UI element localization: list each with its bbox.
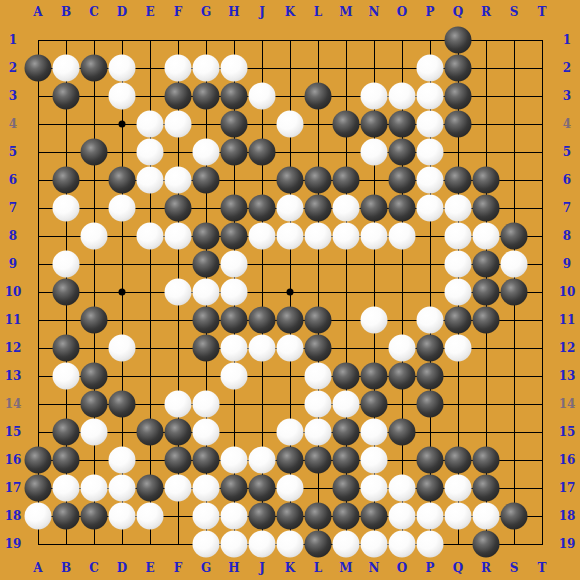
- stone-black-F15[interactable]: [165, 419, 192, 446]
- stone-white-F14[interactable]: [165, 391, 192, 418]
- coord-label-right-16: 16: [559, 454, 576, 466]
- stone-white-A18[interactable]: [25, 503, 52, 530]
- coord-label-right-1: 1: [563, 34, 571, 46]
- coord-label-right-11: 11: [559, 314, 576, 326]
- coord-label-right-6: 6: [563, 174, 571, 186]
- coord-label-right-5: 5: [563, 146, 571, 158]
- coord-label-bottom-Q: Q: [453, 562, 463, 574]
- coord-label-left-13: 13: [5, 370, 22, 382]
- stone-white-B9[interactable]: [53, 251, 80, 278]
- stone-black-G3[interactable]: [193, 83, 220, 110]
- coord-label-left-12: 12: [5, 342, 22, 354]
- stone-black-G11[interactable]: [193, 307, 220, 334]
- stone-white-K15[interactable]: [277, 419, 304, 446]
- stone-white-H16[interactable]: [221, 447, 248, 474]
- stone-white-K19[interactable]: [277, 531, 304, 558]
- stone-black-E15[interactable]: [137, 419, 164, 446]
- coord-label-top-L: L: [314, 6, 322, 18]
- stone-white-E6[interactable]: [137, 167, 164, 194]
- coord-label-right-10: 10: [559, 286, 576, 298]
- coord-label-left-3: 3: [9, 90, 17, 102]
- coord-label-bottom-K: K: [285, 562, 295, 574]
- coord-label-right-3: 3: [563, 90, 571, 102]
- stone-white-H18[interactable]: [221, 503, 248, 530]
- stone-white-P19[interactable]: [417, 531, 444, 558]
- stone-black-P16[interactable]: [417, 447, 444, 474]
- stone-black-E17[interactable]: [137, 475, 164, 502]
- grid-line-horizontal-13: [38, 376, 543, 377]
- stone-black-R19[interactable]: [473, 531, 500, 558]
- stone-white-S9[interactable]: [501, 251, 528, 278]
- stone-white-Q17[interactable]: [445, 475, 472, 502]
- stone-white-F10[interactable]: [165, 279, 192, 306]
- stone-black-G6[interactable]: [193, 167, 220, 194]
- stone-black-Q2[interactable]: [445, 55, 472, 82]
- stone-white-P11[interactable]: [417, 307, 444, 334]
- stone-black-G8[interactable]: [193, 223, 220, 250]
- stone-white-Q12[interactable]: [445, 335, 472, 362]
- stone-white-C15[interactable]: [81, 419, 108, 446]
- stone-black-O13[interactable]: [389, 363, 416, 390]
- coord-label-left-18: 18: [5, 510, 22, 522]
- stone-black-B16[interactable]: [53, 447, 80, 474]
- stone-black-L18[interactable]: [305, 503, 332, 530]
- stone-white-B2[interactable]: [53, 55, 80, 82]
- stone-white-D17[interactable]: [109, 475, 136, 502]
- stone-black-O4[interactable]: [389, 111, 416, 138]
- stone-white-H9[interactable]: [221, 251, 248, 278]
- coord-label-left-1: 1: [9, 34, 17, 46]
- coord-label-top-N: N: [369, 6, 380, 18]
- stone-black-L16[interactable]: [305, 447, 332, 474]
- stone-white-H19[interactable]: [221, 531, 248, 558]
- stone-white-N19[interactable]: [361, 531, 388, 558]
- stone-black-H4[interactable]: [221, 111, 248, 138]
- coord-label-bottom-O: O: [397, 562, 407, 574]
- stone-white-P6[interactable]: [417, 167, 444, 194]
- stone-black-L6[interactable]: [305, 167, 332, 194]
- stone-white-E18[interactable]: [137, 503, 164, 530]
- coord-label-bottom-R: R: [481, 562, 491, 574]
- stone-white-Q9[interactable]: [445, 251, 472, 278]
- stone-black-Q16[interactable]: [445, 447, 472, 474]
- stone-black-A17[interactable]: [25, 475, 52, 502]
- stone-white-D12[interactable]: [109, 335, 136, 362]
- coord-label-bottom-B: B: [61, 562, 71, 574]
- stone-white-O18[interactable]: [389, 503, 416, 530]
- stone-black-C2[interactable]: [81, 55, 108, 82]
- stone-black-G12[interactable]: [193, 335, 220, 362]
- stone-white-B13[interactable]: [53, 363, 80, 390]
- coord-label-right-17: 17: [559, 482, 576, 494]
- coord-label-left-16: 16: [5, 454, 22, 466]
- coord-label-left-7: 7: [9, 202, 17, 214]
- stone-black-D6[interactable]: [109, 167, 136, 194]
- stone-white-H12[interactable]: [221, 335, 248, 362]
- stone-white-O19[interactable]: [389, 531, 416, 558]
- stone-black-O7[interactable]: [389, 195, 416, 222]
- stone-black-R10[interactable]: [473, 279, 500, 306]
- stone-black-Q4[interactable]: [445, 111, 472, 138]
- stone-black-P12[interactable]: [417, 335, 444, 362]
- stone-white-D2[interactable]: [109, 55, 136, 82]
- stone-white-Q10[interactable]: [445, 279, 472, 306]
- stone-white-N3[interactable]: [361, 83, 388, 110]
- coord-label-bottom-C: C: [89, 562, 99, 574]
- stone-black-H7[interactable]: [221, 195, 248, 222]
- stone-white-F8[interactable]: [165, 223, 192, 250]
- coord-label-bottom-M: M: [339, 562, 352, 574]
- stone-white-P18[interactable]: [417, 503, 444, 530]
- stone-black-K16[interactable]: [277, 447, 304, 474]
- stone-black-B15[interactable]: [53, 419, 80, 446]
- stone-white-K17[interactable]: [277, 475, 304, 502]
- coord-label-left-10: 10: [5, 286, 22, 298]
- stone-black-P17[interactable]: [417, 475, 444, 502]
- stone-black-F7[interactable]: [165, 195, 192, 222]
- stone-white-R8[interactable]: [473, 223, 500, 250]
- stone-black-P13[interactable]: [417, 363, 444, 390]
- coord-label-top-C: C: [89, 6, 99, 18]
- coord-label-left-11: 11: [5, 314, 22, 326]
- stone-black-R11[interactable]: [473, 307, 500, 334]
- coord-label-bottom-N: N: [369, 562, 380, 574]
- stone-black-C13[interactable]: [81, 363, 108, 390]
- coord-label-left-17: 17: [5, 482, 22, 494]
- coord-label-top-G: G: [201, 6, 211, 18]
- coord-label-right-14: 14: [559, 398, 576, 410]
- coord-label-left-4: 4: [9, 118, 17, 130]
- stone-black-A2[interactable]: [25, 55, 52, 82]
- stone-white-K8[interactable]: [277, 223, 304, 250]
- stone-black-L19[interactable]: [305, 531, 332, 558]
- coord-label-bottom-G: G: [201, 562, 211, 574]
- stone-black-J11[interactable]: [249, 307, 276, 334]
- stone-white-H10[interactable]: [221, 279, 248, 306]
- coord-label-right-7: 7: [563, 202, 571, 214]
- stone-black-H8[interactable]: [221, 223, 248, 250]
- stone-white-L15[interactable]: [305, 419, 332, 446]
- stone-black-S18[interactable]: [501, 503, 528, 530]
- stone-black-B6[interactable]: [53, 167, 80, 194]
- stone-black-B3[interactable]: [53, 83, 80, 110]
- stone-black-Q1[interactable]: [445, 27, 472, 54]
- stone-white-D3[interactable]: [109, 83, 136, 110]
- coord-label-bottom-P: P: [425, 562, 434, 574]
- stone-black-M15[interactable]: [333, 419, 360, 446]
- stone-black-O15[interactable]: [389, 419, 416, 446]
- stone-white-Q18[interactable]: [445, 503, 472, 530]
- stone-white-J12[interactable]: [249, 335, 276, 362]
- stone-black-K18[interactable]: [277, 503, 304, 530]
- stone-black-F16[interactable]: [165, 447, 192, 474]
- stone-black-N18[interactable]: [361, 503, 388, 530]
- coord-label-right-18: 18: [559, 510, 576, 522]
- stone-black-H3[interactable]: [221, 83, 248, 110]
- stone-white-F17[interactable]: [165, 475, 192, 502]
- stone-black-F3[interactable]: [165, 83, 192, 110]
- coord-label-top-O: O: [397, 6, 407, 18]
- stone-black-L11[interactable]: [305, 307, 332, 334]
- stone-black-N14[interactable]: [361, 391, 388, 418]
- stone-white-L13[interactable]: [305, 363, 332, 390]
- star-point-D4: [119, 121, 126, 128]
- stone-black-C5[interactable]: [81, 139, 108, 166]
- stone-white-J3[interactable]: [249, 83, 276, 110]
- stone-black-N4[interactable]: [361, 111, 388, 138]
- stone-white-Q7[interactable]: [445, 195, 472, 222]
- stone-white-G17[interactable]: [193, 475, 220, 502]
- stone-white-G2[interactable]: [193, 55, 220, 82]
- star-point-K10: [287, 289, 294, 296]
- stone-black-C11[interactable]: [81, 307, 108, 334]
- stone-white-N17[interactable]: [361, 475, 388, 502]
- stone-black-L7[interactable]: [305, 195, 332, 222]
- coord-label-left-15: 15: [5, 426, 22, 438]
- coord-label-left-9: 9: [9, 258, 17, 270]
- stone-black-H5[interactable]: [221, 139, 248, 166]
- coord-label-left-5: 5: [9, 146, 17, 158]
- coord-label-top-B: B: [61, 6, 71, 18]
- coord-label-top-K: K: [285, 6, 295, 18]
- stone-white-K4[interactable]: [277, 111, 304, 138]
- stone-white-F6[interactable]: [165, 167, 192, 194]
- stone-black-Q3[interactable]: [445, 83, 472, 110]
- stone-white-E4[interactable]: [137, 111, 164, 138]
- stone-white-O3[interactable]: [389, 83, 416, 110]
- stone-black-D14[interactable]: [109, 391, 136, 418]
- stone-white-P2[interactable]: [417, 55, 444, 82]
- stone-black-M4[interactable]: [333, 111, 360, 138]
- stone-white-Q8[interactable]: [445, 223, 472, 250]
- coord-label-top-J: J: [259, 6, 265, 18]
- stone-white-N15[interactable]: [361, 419, 388, 446]
- stone-white-M19[interactable]: [333, 531, 360, 558]
- grid-line-vertical-T: [542, 40, 543, 545]
- stone-black-H11[interactable]: [221, 307, 248, 334]
- stone-white-K12[interactable]: [277, 335, 304, 362]
- stone-white-M8[interactable]: [333, 223, 360, 250]
- coord-label-left-19: 19: [5, 538, 22, 550]
- stone-white-C17[interactable]: [81, 475, 108, 502]
- star-point-D10: [119, 289, 126, 296]
- coord-label-left-6: 6: [9, 174, 17, 186]
- stone-black-N7[interactable]: [361, 195, 388, 222]
- goban[interactable]: AABBCCDDEEFFGGHHJJKKLLMMNNOOPPQQRRSSTT11…: [0, 0, 580, 580]
- coord-label-right-15: 15: [559, 426, 576, 438]
- coord-label-bottom-A: A: [33, 562, 42, 574]
- stone-white-M7[interactable]: [333, 195, 360, 222]
- coord-label-bottom-T: T: [538, 562, 547, 574]
- stone-white-G5[interactable]: [193, 139, 220, 166]
- stone-white-P5[interactable]: [417, 139, 444, 166]
- stone-white-N11[interactable]: [361, 307, 388, 334]
- coord-label-left-2: 2: [9, 62, 17, 74]
- stone-black-N13[interactable]: [361, 363, 388, 390]
- coord-label-right-13: 13: [559, 370, 576, 382]
- stone-black-L12[interactable]: [305, 335, 332, 362]
- stone-black-O6[interactable]: [389, 167, 416, 194]
- stone-white-K7[interactable]: [277, 195, 304, 222]
- stone-white-E8[interactable]: [137, 223, 164, 250]
- coord-label-top-A: A: [33, 6, 42, 18]
- stone-black-Q11[interactable]: [445, 307, 472, 334]
- stone-white-J19[interactable]: [249, 531, 276, 558]
- stone-black-R17[interactable]: [473, 475, 500, 502]
- stone-black-S10[interactable]: [501, 279, 528, 306]
- stone-white-O8[interactable]: [389, 223, 416, 250]
- stone-black-B12[interactable]: [53, 335, 80, 362]
- stone-white-H2[interactable]: [221, 55, 248, 82]
- stone-black-M17[interactable]: [333, 475, 360, 502]
- stone-black-C18[interactable]: [81, 503, 108, 530]
- stone-black-J7[interactable]: [249, 195, 276, 222]
- stone-white-P7[interactable]: [417, 195, 444, 222]
- stone-black-J17[interactable]: [249, 475, 276, 502]
- coord-label-bottom-S: S: [510, 562, 519, 574]
- stone-black-M16[interactable]: [333, 447, 360, 474]
- stone-white-F2[interactable]: [165, 55, 192, 82]
- coord-label-top-R: R: [481, 6, 491, 18]
- coord-label-bottom-E: E: [145, 562, 154, 574]
- coord-label-top-Q: Q: [453, 6, 463, 18]
- coord-label-top-D: D: [117, 6, 127, 18]
- stone-black-M13[interactable]: [333, 363, 360, 390]
- coord-label-left-8: 8: [9, 230, 17, 242]
- stone-white-N16[interactable]: [361, 447, 388, 474]
- stone-black-K11[interactable]: [277, 307, 304, 334]
- coord-label-bottom-F: F: [174, 562, 183, 574]
- coord-label-right-12: 12: [559, 342, 576, 354]
- coord-label-right-8: 8: [563, 230, 571, 242]
- stone-black-K6[interactable]: [277, 167, 304, 194]
- stone-black-C14[interactable]: [81, 391, 108, 418]
- stone-white-G19[interactable]: [193, 531, 220, 558]
- stone-black-R6[interactable]: [473, 167, 500, 194]
- stone-black-J18[interactable]: [249, 503, 276, 530]
- stone-white-G14[interactable]: [193, 391, 220, 418]
- stone-black-S8[interactable]: [501, 223, 528, 250]
- coord-label-top-H: H: [228, 6, 239, 18]
- coord-label-top-M: M: [339, 6, 352, 18]
- stone-black-P14[interactable]: [417, 391, 444, 418]
- stone-black-B10[interactable]: [53, 279, 80, 306]
- coord-label-left-14: 14: [5, 398, 22, 410]
- stone-white-E5[interactable]: [137, 139, 164, 166]
- stone-white-L8[interactable]: [305, 223, 332, 250]
- stone-white-P3[interactable]: [417, 83, 444, 110]
- stone-black-H17[interactable]: [221, 475, 248, 502]
- coord-label-top-S: S: [510, 6, 519, 18]
- stone-white-N5[interactable]: [361, 139, 388, 166]
- coord-label-right-2: 2: [563, 62, 571, 74]
- coord-label-top-F: F: [174, 6, 183, 18]
- stone-white-O17[interactable]: [389, 475, 416, 502]
- stone-black-M18[interactable]: [333, 503, 360, 530]
- stone-white-D18[interactable]: [109, 503, 136, 530]
- stone-black-B18[interactable]: [53, 503, 80, 530]
- coord-label-bottom-J: J: [259, 562, 265, 574]
- stone-white-R18[interactable]: [473, 503, 500, 530]
- stone-black-G9[interactable]: [193, 251, 220, 278]
- stone-white-B7[interactable]: [53, 195, 80, 222]
- stone-black-A16[interactable]: [25, 447, 52, 474]
- coord-label-bottom-L: L: [314, 562, 322, 574]
- stone-white-B17[interactable]: [53, 475, 80, 502]
- stone-white-O12[interactable]: [389, 335, 416, 362]
- stone-black-R9[interactable]: [473, 251, 500, 278]
- stone-black-O5[interactable]: [389, 139, 416, 166]
- stone-white-D16[interactable]: [109, 447, 136, 474]
- stone-white-J16[interactable]: [249, 447, 276, 474]
- coord-label-bottom-D: D: [117, 562, 127, 574]
- stone-white-P4[interactable]: [417, 111, 444, 138]
- stone-white-N8[interactable]: [361, 223, 388, 250]
- stone-black-J5[interactable]: [249, 139, 276, 166]
- stone-white-G10[interactable]: [193, 279, 220, 306]
- stone-white-G15[interactable]: [193, 419, 220, 446]
- coord-label-right-4: 4: [563, 118, 571, 130]
- stone-black-L3[interactable]: [305, 83, 332, 110]
- stone-black-R16[interactable]: [473, 447, 500, 474]
- stone-white-J8[interactable]: [249, 223, 276, 250]
- stone-black-M6[interactable]: [333, 167, 360, 194]
- stone-black-Q6[interactable]: [445, 167, 472, 194]
- stone-white-C8[interactable]: [81, 223, 108, 250]
- coord-label-top-P: P: [425, 6, 434, 18]
- stone-white-F4[interactable]: [165, 111, 192, 138]
- coord-label-bottom-H: H: [228, 562, 239, 574]
- stone-white-M14[interactable]: [333, 391, 360, 418]
- stone-white-H13[interactable]: [221, 363, 248, 390]
- stone-black-R7[interactable]: [473, 195, 500, 222]
- stone-black-G16[interactable]: [193, 447, 220, 474]
- stone-white-L14[interactable]: [305, 391, 332, 418]
- coord-label-top-T: T: [538, 6, 547, 18]
- coord-label-right-9: 9: [563, 258, 571, 270]
- coord-label-right-19: 19: [559, 538, 576, 550]
- coord-label-top-E: E: [145, 6, 154, 18]
- stone-white-D7[interactable]: [109, 195, 136, 222]
- stone-white-G18[interactable]: [193, 503, 220, 530]
